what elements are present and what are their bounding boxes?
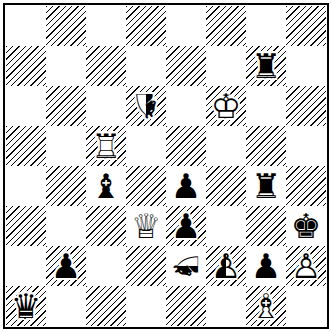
square-b2[interactable]: ♟ xyxy=(46,246,86,286)
piece-neutral-knight-d6: ♞♞♘ xyxy=(126,86,166,126)
square-b4[interactable] xyxy=(46,166,86,206)
square-h7[interactable] xyxy=(286,46,326,86)
square-c7[interactable] xyxy=(86,46,126,86)
square-b6[interactable] xyxy=(46,86,86,126)
square-h3[interactable]: ♚ xyxy=(286,206,326,246)
square-h5[interactable] xyxy=(286,126,326,166)
piece-white-pawn-h2: ♟♙ xyxy=(286,246,326,286)
square-b1[interactable] xyxy=(46,286,86,326)
square-g8[interactable] xyxy=(246,6,286,46)
piece-black-pawn-e4: ♟ xyxy=(166,166,206,206)
square-d7[interactable] xyxy=(126,46,166,86)
piece-black-bishop-c4: ♝ xyxy=(86,166,126,206)
square-d2[interactable] xyxy=(126,246,166,286)
square-d6[interactable]: ♞♞♘ xyxy=(126,86,166,126)
square-g2[interactable]: ♟ xyxy=(246,246,286,286)
square-f5[interactable] xyxy=(206,126,246,166)
square-c6[interactable] xyxy=(86,86,126,126)
square-f6[interactable]: ♚♔ xyxy=(206,86,246,126)
square-e8[interactable] xyxy=(166,6,206,46)
square-d8[interactable] xyxy=(126,6,166,46)
square-c5[interactable]: ♜♖ xyxy=(86,126,126,166)
square-b7[interactable] xyxy=(46,46,86,86)
piece-black-pawn-e3: ♟ xyxy=(166,206,206,246)
piece-black-rook-g4: ♜ xyxy=(246,166,286,206)
square-f7[interactable] xyxy=(206,46,246,86)
square-g3[interactable] xyxy=(246,206,286,246)
square-h1[interactable] xyxy=(286,286,326,326)
square-c4[interactable]: ♝ xyxy=(86,166,126,206)
square-b8[interactable] xyxy=(46,6,86,46)
square-a7[interactable] xyxy=(6,46,46,86)
square-b5[interactable] xyxy=(46,126,86,166)
square-e2[interactable]: ♞♞♘ xyxy=(166,246,206,286)
square-f8[interactable] xyxy=(206,6,246,46)
piece-black-king-h3: ♚ xyxy=(286,206,326,246)
square-a3[interactable] xyxy=(6,206,46,246)
piece-black-pawn-b2: ♟ xyxy=(46,246,86,286)
square-h6[interactable] xyxy=(286,86,326,126)
square-d5[interactable] xyxy=(126,126,166,166)
square-a8[interactable] xyxy=(6,6,46,46)
piece-black-queen-a1: ♛ xyxy=(6,286,46,326)
square-f2[interactable]: ♟♟♙ xyxy=(206,246,246,286)
square-h8[interactable] xyxy=(286,6,326,46)
square-e3[interactable]: ♟ xyxy=(166,206,206,246)
square-d1[interactable] xyxy=(126,286,166,326)
square-e5[interactable] xyxy=(166,126,206,166)
square-c2[interactable] xyxy=(86,246,126,286)
square-a5[interactable] xyxy=(6,126,46,166)
piece-white-king-f6: ♚♔ xyxy=(206,86,246,126)
square-d3[interactable]: ♛♕ xyxy=(126,206,166,246)
piece-white-rook-c5: ♜♖ xyxy=(86,126,126,166)
square-f3[interactable] xyxy=(206,206,246,246)
square-b3[interactable] xyxy=(46,206,86,246)
square-f1[interactable] xyxy=(206,286,246,326)
square-e4[interactable]: ♟ xyxy=(166,166,206,206)
square-e6[interactable] xyxy=(166,86,206,126)
square-h4[interactable] xyxy=(286,166,326,206)
square-g1[interactable]: ♝♗ xyxy=(246,286,286,326)
square-g6[interactable] xyxy=(246,86,286,126)
square-e1[interactable] xyxy=(166,286,206,326)
square-g7[interactable]: ♜ xyxy=(246,46,286,86)
piece-black-pawn-g2: ♟ xyxy=(246,246,286,286)
square-g5[interactable] xyxy=(246,126,286,166)
square-h2[interactable]: ♟♙ xyxy=(286,246,326,286)
piece-neutral-pawn-f2: ♟♟♙ xyxy=(206,246,246,286)
square-g4[interactable]: ♜ xyxy=(246,166,286,206)
chess-board: ♜♞♞♘♚♔♜♖♝♟♜♛♕♟♚♟♞♞♘♟♟♙♟♟♙♛♝♗ xyxy=(6,6,326,326)
piece-neutral-knight-e2: ♞♞♘ xyxy=(166,246,206,286)
square-a6[interactable] xyxy=(6,86,46,126)
piece-white-bishop-g1: ♝♗ xyxy=(246,286,286,326)
square-e7[interactable] xyxy=(166,46,206,86)
piece-white-queen-d3: ♛♕ xyxy=(126,206,166,246)
square-d4[interactable] xyxy=(126,166,166,206)
square-c1[interactable] xyxy=(86,286,126,326)
square-c8[interactable] xyxy=(86,6,126,46)
square-f4[interactable] xyxy=(206,166,246,206)
piece-black-rook-g7: ♜ xyxy=(246,46,286,86)
square-a2[interactable] xyxy=(6,246,46,286)
square-a4[interactable] xyxy=(6,166,46,206)
square-c3[interactable] xyxy=(86,206,126,246)
square-a1[interactable]: ♛ xyxy=(6,286,46,326)
